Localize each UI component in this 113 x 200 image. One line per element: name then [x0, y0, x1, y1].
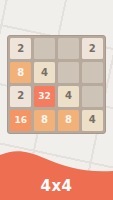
tile-2: 2 [10, 38, 31, 59]
empty-cell [58, 62, 79, 83]
empty-cell [34, 38, 55, 59]
tile-16: 16 [10, 110, 31, 131]
tile-8: 8 [58, 110, 79, 131]
board[interactable]: 2284232416884 [7, 35, 106, 134]
tile-2: 2 [82, 38, 103, 59]
tile-4: 4 [34, 62, 55, 83]
empty-cell [58, 38, 79, 59]
tile-2: 2 [10, 86, 31, 107]
tile-8: 8 [34, 110, 55, 131]
tile-8: 8 [10, 62, 31, 83]
tile-4: 4 [82, 110, 103, 131]
mode-label: 4x4 [0, 177, 113, 195]
empty-cell [82, 86, 103, 107]
tile-32: 32 [34, 86, 55, 107]
app-screen: 2284232416884 4x4 [0, 0, 113, 200]
tile-4: 4 [58, 86, 79, 107]
empty-cell [82, 62, 103, 83]
